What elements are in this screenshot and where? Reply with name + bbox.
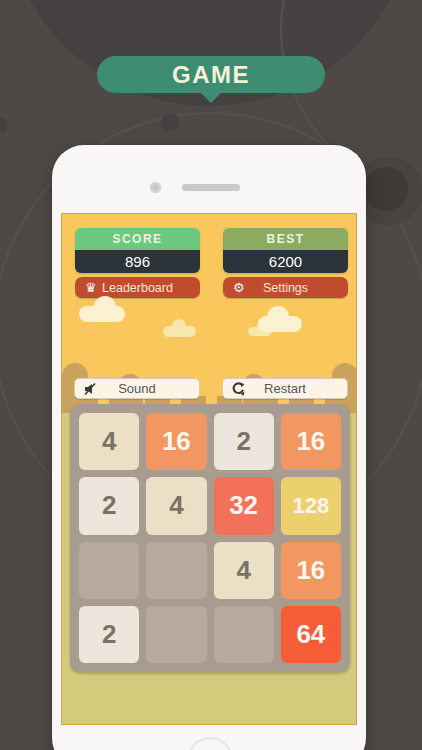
empty-cell: [146, 606, 206, 663]
tile-64: 64: [281, 606, 341, 663]
tile-128: 128: [281, 477, 341, 534]
phone-camera-icon: [150, 182, 161, 193]
phone-speaker: [182, 184, 240, 191]
tile-2: 2: [214, 413, 274, 470]
banner-label: GAME: [172, 61, 250, 89]
phone-mockup: SCORE 896 BEST 6200 ♛ Leaderboard ⚙ Sett…: [52, 145, 366, 750]
refresh-icon: [231, 382, 245, 396]
tile-2: 2: [79, 477, 139, 534]
best-label: BEST: [223, 228, 348, 250]
empty-cell: [146, 542, 206, 599]
app-store-screenshot: GAME SCORE 896 BEST 6200 ♛ Leaderboard ⚙: [0, 0, 422, 750]
bg-blob: [364, 167, 408, 211]
bg-dot: [0, 118, 8, 134]
tile-16: 16: [146, 413, 206, 470]
gear-icon: ⚙: [233, 277, 245, 298]
cloud-icon: [163, 326, 196, 337]
settings-button[interactable]: ⚙ Settings: [223, 277, 348, 298]
leaderboard-label: Leaderboard: [102, 281, 173, 295]
tile-16: 16: [281, 542, 341, 599]
restart-label: Restart: [264, 381, 306, 396]
leaderboard-button[interactable]: ♛ Leaderboard: [75, 277, 200, 298]
game-screen: SCORE 896 BEST 6200 ♛ Leaderboard ⚙ Sett…: [61, 213, 357, 725]
restart-button[interactable]: Restart: [222, 378, 348, 399]
home-button: [187, 737, 233, 750]
tile-4: 4: [214, 542, 274, 599]
best-value: 6200: [223, 250, 348, 273]
board-2048[interactable]: 4162162432128416264: [70, 404, 350, 672]
best-panel: BEST 6200: [223, 228, 348, 273]
empty-cell: [79, 542, 139, 599]
tile-4: 4: [79, 413, 139, 470]
cloud-icon: [79, 306, 125, 322]
sound-button[interactable]: Sound: [74, 378, 200, 399]
tile-16: 16: [281, 413, 341, 470]
tile-4: 4: [146, 477, 206, 534]
empty-cell: [214, 606, 274, 663]
tile-32: 32: [214, 477, 274, 534]
crown-icon: ♛: [85, 277, 97, 298]
cloud-icon: [258, 316, 302, 332]
game-banner: GAME: [97, 56, 325, 93]
speaker-mute-icon: [83, 382, 97, 396]
score-panel: SCORE 896: [75, 228, 200, 273]
banner-notch: [201, 93, 221, 103]
settings-label: Settings: [263, 281, 308, 295]
tile-2: 2: [79, 606, 139, 663]
score-value: 896: [75, 250, 200, 273]
bg-dot: [161, 113, 179, 131]
sound-label: Sound: [118, 381, 156, 396]
score-label: SCORE: [75, 228, 200, 250]
